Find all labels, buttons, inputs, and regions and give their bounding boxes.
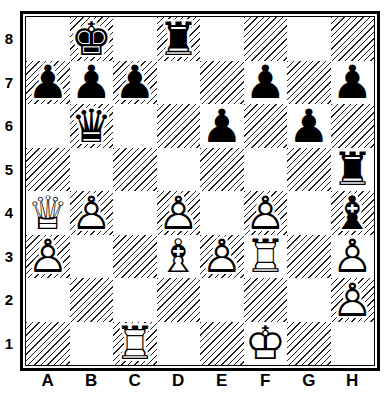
- square-d4[interactable]: ♟♙: [157, 191, 201, 235]
- square-a8[interactable]: [26, 17, 70, 61]
- white-rook-piece: ♜♖: [113, 322, 157, 366]
- square-a6[interactable]: [26, 104, 70, 148]
- file-label-c: C: [113, 371, 157, 391]
- square-a5[interactable]: [26, 148, 70, 192]
- square-g3[interactable]: [287, 235, 331, 279]
- white-pawn-piece: ♟♙: [70, 191, 114, 235]
- white-rook-piece: ♜♖: [244, 235, 288, 279]
- piece-glyph: ♚: [70, 17, 114, 61]
- piece-glyph: ♙: [331, 278, 375, 322]
- square-h5[interactable]: ♜♜: [331, 148, 375, 192]
- white-king-piece: ♚♔: [244, 322, 288, 366]
- square-c7[interactable]: ♟♟: [113, 61, 157, 105]
- file-label-f: F: [244, 371, 288, 391]
- piece-glyph: ♜: [157, 17, 201, 61]
- square-g7[interactable]: [287, 61, 331, 105]
- white-pawn-piece: ♟♙: [331, 235, 375, 279]
- square-f5[interactable]: [244, 148, 288, 192]
- black-rook-piece: ♜♜: [157, 17, 201, 61]
- square-e1[interactable]: [200, 322, 244, 366]
- black-queen-piece: ♛♛: [70, 104, 114, 148]
- chess-diagram: 87654321 ♚♚♜♜♟♟♟♟♟♟♟♟♟♟♛♛♟♟♟♟♜♜♛♕♟♙♟♙♟♙♝…: [0, 0, 387, 394]
- piece-glyph: ♗: [157, 235, 201, 279]
- square-g4[interactable]: [287, 191, 331, 235]
- rank-label-8: 8: [0, 17, 18, 61]
- piece-glyph: ♙: [331, 235, 375, 279]
- rank-label-4: 4: [0, 191, 18, 235]
- piece-glyph: ♙: [244, 191, 288, 235]
- square-d2[interactable]: [157, 278, 201, 322]
- white-pawn-piece: ♟♙: [200, 235, 244, 279]
- square-b1[interactable]: [70, 322, 114, 366]
- rank-label-7: 7: [0, 61, 18, 105]
- white-bishop-piece: ♝♗: [157, 235, 201, 279]
- square-h4[interactable]: ♝♝: [331, 191, 375, 235]
- piece-glyph: ♙: [157, 191, 201, 235]
- black-pawn-piece: ♟♟: [287, 104, 331, 148]
- rank-labels: 87654321: [0, 17, 18, 365]
- square-b7[interactable]: ♟♟: [70, 61, 114, 105]
- square-e5[interactable]: [200, 148, 244, 192]
- white-pawn-piece: ♟♙: [157, 191, 201, 235]
- square-d7[interactable]: [157, 61, 201, 105]
- piece-glyph: ♖: [113, 322, 157, 366]
- square-g6[interactable]: ♟♟: [287, 104, 331, 148]
- piece-glyph: ♟: [26, 61, 70, 105]
- white-pawn-piece: ♟♙: [244, 191, 288, 235]
- file-labels: ABCDEFGH: [26, 371, 374, 391]
- square-f4[interactable]: ♟♙: [244, 191, 288, 235]
- square-h6[interactable]: [331, 104, 375, 148]
- black-pawn-piece: ♟♟: [244, 61, 288, 105]
- rank-label-2: 2: [0, 278, 18, 322]
- rank-label-1: 1: [0, 322, 18, 366]
- black-pawn-piece: ♟♟: [113, 61, 157, 105]
- square-f1[interactable]: ♚♔: [244, 322, 288, 366]
- piece-glyph: ♟: [113, 61, 157, 105]
- rank-label-6: 6: [0, 104, 18, 148]
- square-g5[interactable]: [287, 148, 331, 192]
- file-label-a: A: [26, 371, 70, 391]
- square-f6[interactable]: [244, 104, 288, 148]
- square-d6[interactable]: [157, 104, 201, 148]
- board-inner-border: ♚♚♜♜♟♟♟♟♟♟♟♟♟♟♛♛♟♟♟♟♜♜♛♕♟♙♟♙♟♙♝♝♟♙♝♗♟♙♜♖…: [25, 16, 375, 366]
- piece-glyph: ♟: [331, 61, 375, 105]
- square-f3[interactable]: ♜♖: [244, 235, 288, 279]
- piece-glyph: ♟: [70, 61, 114, 105]
- white-pawn-piece: ♟♙: [331, 278, 375, 322]
- square-h7[interactable]: ♟♟: [331, 61, 375, 105]
- square-e6[interactable]: ♟♟: [200, 104, 244, 148]
- square-b8[interactable]: ♚♚: [70, 17, 114, 61]
- chess-board: ♚♚♜♜♟♟♟♟♟♟♟♟♟♟♛♛♟♟♟♟♜♜♛♕♟♙♟♙♟♙♝♝♟♙♝♗♟♙♜♖…: [26, 17, 374, 365]
- square-h2[interactable]: ♟♙: [331, 278, 375, 322]
- file-label-h: H: [331, 371, 375, 391]
- square-d3[interactable]: ♝♗: [157, 235, 201, 279]
- black-pawn-piece: ♟♟: [70, 61, 114, 105]
- square-c2[interactable]: [113, 278, 157, 322]
- piece-glyph: ♙: [200, 235, 244, 279]
- square-c6[interactable]: [113, 104, 157, 148]
- file-label-b: B: [70, 371, 114, 391]
- file-label-e: E: [200, 371, 244, 391]
- black-king-piece: ♚♚: [70, 17, 114, 61]
- piece-glyph: ♕: [26, 191, 70, 235]
- piece-glyph: ♝: [331, 191, 375, 235]
- file-label-d: D: [157, 371, 201, 391]
- square-d1[interactable]: [157, 322, 201, 366]
- square-b6[interactable]: ♛♛: [70, 104, 114, 148]
- white-pawn-piece: ♟♙: [26, 235, 70, 279]
- file-label-g: G: [287, 371, 331, 391]
- square-h1[interactable]: [331, 322, 375, 366]
- square-a1[interactable]: [26, 322, 70, 366]
- piece-glyph: ♜: [331, 148, 375, 192]
- square-a3[interactable]: ♟♙: [26, 235, 70, 279]
- square-b4[interactable]: ♟♙: [70, 191, 114, 235]
- piece-glyph: ♟: [200, 104, 244, 148]
- square-a4[interactable]: ♛♕: [26, 191, 70, 235]
- square-d8[interactable]: ♜♜: [157, 17, 201, 61]
- board-border: ♚♚♜♜♟♟♟♟♟♟♟♟♟♟♛♛♟♟♟♟♜♜♛♕♟♙♟♙♟♙♝♝♟♙♝♗♟♙♜♖…: [20, 11, 380, 371]
- square-h3[interactable]: ♟♙: [331, 235, 375, 279]
- square-f7[interactable]: ♟♟: [244, 61, 288, 105]
- black-bishop-piece: ♝♝: [331, 191, 375, 235]
- square-e2[interactable]: [200, 278, 244, 322]
- square-c8[interactable]: [113, 17, 157, 61]
- black-pawn-piece: ♟♟: [26, 61, 70, 105]
- black-pawn-piece: ♟♟: [200, 104, 244, 148]
- square-c4[interactable]: [113, 191, 157, 235]
- square-d5[interactable]: [157, 148, 201, 192]
- square-f2[interactable]: [244, 278, 288, 322]
- square-e7[interactable]: [200, 61, 244, 105]
- piece-glyph: ♖: [244, 235, 288, 279]
- square-h8[interactable]: [331, 17, 375, 61]
- square-e3[interactable]: ♟♙: [200, 235, 244, 279]
- square-b3[interactable]: [70, 235, 114, 279]
- square-e8[interactable]: [200, 17, 244, 61]
- black-pawn-piece: ♟♟: [331, 61, 375, 105]
- square-a7[interactable]: ♟♟: [26, 61, 70, 105]
- piece-glyph: ♟: [244, 61, 288, 105]
- piece-glyph: ♛: [70, 104, 114, 148]
- piece-glyph: ♙: [26, 235, 70, 279]
- square-a2[interactable]: [26, 278, 70, 322]
- square-g1[interactable]: [287, 322, 331, 366]
- square-g8[interactable]: [287, 17, 331, 61]
- rank-label-3: 3: [0, 235, 18, 279]
- rank-label-5: 5: [0, 148, 18, 192]
- square-c1[interactable]: ♜♖: [113, 322, 157, 366]
- square-g2[interactable]: [287, 278, 331, 322]
- square-f8[interactable]: [244, 17, 288, 61]
- piece-glyph: ♙: [70, 191, 114, 235]
- piece-glyph: ♟: [287, 104, 331, 148]
- square-e4[interactable]: [200, 191, 244, 235]
- square-b5[interactable]: [70, 148, 114, 192]
- square-c3[interactable]: [113, 235, 157, 279]
- black-rook-piece: ♜♜: [331, 148, 375, 192]
- square-b2[interactable]: [70, 278, 114, 322]
- square-c5[interactable]: [113, 148, 157, 192]
- white-queen-piece: ♛♕: [26, 191, 70, 235]
- piece-glyph: ♔: [244, 322, 288, 366]
